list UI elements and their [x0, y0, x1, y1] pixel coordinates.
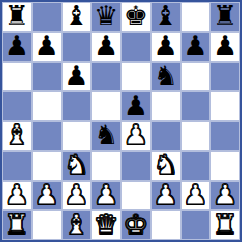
- black-bishop-c8[interactable]: ♝: [64, 2, 88, 29]
- square-c1[interactable]: ♝: [62, 210, 92, 240]
- square-h8[interactable]: ♜: [210, 2, 240, 32]
- square-e4[interactable]: ♟: [121, 121, 151, 151]
- white-pawn-d2[interactable]: ♟: [94, 181, 118, 208]
- square-d4[interactable]: ♞: [91, 121, 121, 151]
- square-d2[interactable]: ♟: [91, 181, 121, 211]
- square-h3[interactable]: [210, 151, 240, 181]
- square-f5[interactable]: [151, 91, 181, 121]
- square-e6[interactable]: [121, 62, 151, 92]
- black-pawn-e5[interactable]: ♟: [124, 92, 148, 119]
- square-a4[interactable]: ♝: [2, 121, 32, 151]
- square-d3[interactable]: [91, 151, 121, 181]
- black-pawn-a7[interactable]: ♟: [5, 32, 29, 59]
- black-pawn-g7[interactable]: ♟: [183, 32, 207, 59]
- white-bishop-a4[interactable]: ♝: [5, 121, 29, 148]
- square-h4[interactable]: [210, 121, 240, 151]
- square-c8[interactable]: ♝: [62, 2, 92, 32]
- square-a7[interactable]: ♟: [2, 32, 32, 62]
- white-pawn-g2[interactable]: ♟: [183, 181, 207, 208]
- square-e5[interactable]: ♟: [121, 91, 151, 121]
- square-f7[interactable]: ♟: [151, 32, 181, 62]
- square-h2[interactable]: ♟: [210, 181, 240, 211]
- square-f3[interactable]: ♞: [151, 151, 181, 181]
- square-g1[interactable]: [181, 210, 211, 240]
- square-b8[interactable]: [32, 2, 62, 32]
- white-pawn-e4[interactable]: ♟: [124, 121, 148, 148]
- square-b7[interactable]: ♟: [32, 32, 62, 62]
- square-c4[interactable]: [62, 121, 92, 151]
- square-e7[interactable]: [121, 32, 151, 62]
- square-b5[interactable]: [32, 91, 62, 121]
- square-d6[interactable]: [91, 62, 121, 92]
- square-e1[interactable]: ♚: [121, 210, 151, 240]
- square-e3[interactable]: [121, 151, 151, 181]
- square-g2[interactable]: ♟: [181, 181, 211, 211]
- square-d1[interactable]: ♛: [91, 210, 121, 240]
- chess-board: ♜♝♛♚♝♜♟♟♟♟♟♟♟♞♟♝♞♟♞♞♟♟♟♟♟♟♟♜♝♛♚♜: [0, 0, 242, 242]
- black-pawn-d7[interactable]: ♟: [94, 32, 118, 59]
- square-g7[interactable]: ♟: [181, 32, 211, 62]
- square-f4[interactable]: [151, 121, 181, 151]
- black-knight-d4[interactable]: ♞: [94, 121, 118, 148]
- square-c2[interactable]: ♟: [62, 181, 92, 211]
- square-h1[interactable]: ♜: [210, 210, 240, 240]
- square-g4[interactable]: [181, 121, 211, 151]
- square-f2[interactable]: ♟: [151, 181, 181, 211]
- square-a2[interactable]: ♟: [2, 181, 32, 211]
- white-pawn-b2[interactable]: ♟: [35, 181, 59, 208]
- white-rook-h1[interactable]: ♜: [213, 211, 237, 238]
- square-f1[interactable]: [151, 210, 181, 240]
- black-pawn-h7[interactable]: ♟: [213, 32, 237, 59]
- square-a5[interactable]: [2, 91, 32, 121]
- square-b3[interactable]: [32, 151, 62, 181]
- black-rook-h8[interactable]: ♜: [213, 2, 237, 29]
- black-bishop-f8[interactable]: ♝: [154, 2, 178, 29]
- square-a6[interactable]: [2, 62, 32, 92]
- square-a8[interactable]: ♜: [2, 2, 32, 32]
- square-g6[interactable]: [181, 62, 211, 92]
- black-pawn-c6[interactable]: ♟: [64, 62, 88, 89]
- square-h7[interactable]: ♟: [210, 32, 240, 62]
- square-b4[interactable]: [32, 121, 62, 151]
- square-c6[interactable]: ♟: [62, 62, 92, 92]
- white-knight-f3[interactable]: ♞: [154, 151, 178, 178]
- black-pawn-b7[interactable]: ♟: [35, 32, 59, 59]
- square-f6[interactable]: ♞: [151, 62, 181, 92]
- square-c7[interactable]: [62, 32, 92, 62]
- white-pawn-a2[interactable]: ♟: [5, 181, 29, 208]
- square-f8[interactable]: ♝: [151, 2, 181, 32]
- square-d5[interactable]: [91, 91, 121, 121]
- square-b2[interactable]: ♟: [32, 181, 62, 211]
- square-a3[interactable]: [2, 151, 32, 181]
- square-c3[interactable]: ♞: [62, 151, 92, 181]
- white-bishop-c1[interactable]: ♝: [64, 211, 88, 238]
- square-e2[interactable]: [121, 181, 151, 211]
- black-pawn-f7[interactable]: ♟: [154, 32, 178, 59]
- square-g3[interactable]: [181, 151, 211, 181]
- white-rook-a1[interactable]: ♜: [5, 211, 29, 238]
- black-rook-a8[interactable]: ♜: [5, 2, 29, 29]
- white-knight-c3[interactable]: ♞: [64, 151, 88, 178]
- white-pawn-f2[interactable]: ♟: [154, 181, 178, 208]
- black-knight-f6[interactable]: ♞: [154, 62, 178, 89]
- white-queen-d1[interactable]: ♛: [94, 211, 118, 238]
- black-queen-d8[interactable]: ♛: [94, 2, 118, 29]
- white-pawn-c2[interactable]: ♟: [64, 181, 88, 208]
- white-king-e1[interactable]: ♚: [124, 211, 148, 238]
- black-king-e8[interactable]: ♚: [124, 2, 148, 29]
- square-b1[interactable]: [32, 210, 62, 240]
- square-e8[interactable]: ♚: [121, 2, 151, 32]
- square-d8[interactable]: ♛: [91, 2, 121, 32]
- square-h5[interactable]: [210, 91, 240, 121]
- square-c5[interactable]: [62, 91, 92, 121]
- white-pawn-h2[interactable]: ♟: [213, 181, 237, 208]
- square-h6[interactable]: [210, 62, 240, 92]
- square-g8[interactable]: [181, 2, 211, 32]
- square-d7[interactable]: ♟: [91, 32, 121, 62]
- square-g5[interactable]: [181, 91, 211, 121]
- square-b6[interactable]: [32, 62, 62, 92]
- square-a1[interactable]: ♜: [2, 210, 32, 240]
